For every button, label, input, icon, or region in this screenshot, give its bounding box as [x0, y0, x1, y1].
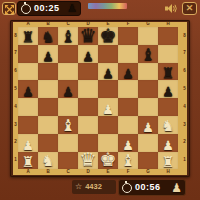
square-c6[interactable] [58, 63, 78, 81]
coord-label-G: G [138, 169, 158, 175]
square-e3[interactable] [98, 116, 118, 134]
score-panel: ☆ 4432 [72, 180, 116, 194]
square-c4[interactable] [58, 98, 78, 116]
coord-label-7: 7 [13, 45, 18, 63]
square-f3[interactable] [118, 116, 138, 134]
square-c8[interactable]: ♝ [58, 27, 78, 45]
square-h2[interactable]: ♟ [158, 134, 178, 152]
square-a4[interactable] [18, 98, 38, 116]
coord-label-6: 6 [182, 63, 187, 81]
square-a6[interactable] [18, 63, 38, 81]
coord-label-2: 2 [13, 134, 18, 152]
coord-label-3: 3 [13, 116, 18, 134]
white-rook-a1[interactable]: ♜ [22, 155, 35, 170]
white-timer-panel: 00:56 ♟ [118, 179, 186, 196]
coord-label-8: 8 [13, 27, 18, 45]
square-e1[interactable]: ♚ [98, 152, 118, 170]
square-b6[interactable] [38, 63, 58, 81]
close-icon: ✕ [186, 4, 194, 13]
square-g6[interactable] [138, 63, 158, 81]
square-g4[interactable] [138, 98, 158, 116]
coord-label-8: 8 [182, 27, 187, 45]
square-b1[interactable]: ♞ [38, 152, 58, 170]
black-king-e8[interactable]: ♚ [99, 26, 116, 45]
square-e6[interactable]: ♟ [98, 63, 118, 81]
star-icon: ☆ [75, 183, 82, 191]
square-f4[interactable] [118, 98, 138, 116]
white-queen-d1[interactable]: ♛ [79, 150, 96, 169]
coord-label-B: B [38, 22, 58, 27]
square-d5[interactable] [78, 80, 98, 98]
black-pawn-a5[interactable]: ♟ [22, 85, 34, 98]
square-b7[interactable]: ♟ [38, 45, 58, 63]
coord-label-1: 1 [13, 152, 18, 170]
square-d1[interactable]: ♛ [78, 152, 98, 170]
close-button[interactable]: ✕ [182, 2, 197, 15]
white-pawn-f2[interactable]: ♟ [122, 139, 134, 152]
chess-board: ♜♞♝♛♚♟♟♝♟♟♜♟♟♟♟♝♟♞♟♟♟♜♞♛♚♝♜ [18, 27, 178, 169]
square-c7[interactable] [58, 45, 78, 63]
board-frame: ♜♞♝♛♚♟♟♝♟♟♜♟♟♟♟♝♟♞♟♟♟♜♞♛♚♝♜ AABBCCDDEEFF… [10, 20, 190, 177]
square-h3[interactable]: ♞ [158, 116, 178, 134]
square-d7[interactable]: ♟ [78, 45, 98, 63]
square-g2[interactable] [138, 134, 158, 152]
coord-label-4: 4 [13, 98, 18, 116]
white-knight-b1[interactable]: ♞ [41, 154, 54, 169]
square-g1[interactable] [138, 152, 158, 170]
coord-label-2: 2 [182, 134, 187, 152]
square-d4[interactable] [78, 98, 98, 116]
black-rook-h6[interactable]: ♜ [162, 66, 175, 81]
black-pawn-h5[interactable]: ♟ [162, 85, 174, 98]
black-pawn-f6[interactable]: ♟ [122, 67, 134, 80]
fullscreen-icon [5, 0, 14, 18]
white-pawn-h2[interactable]: ♟ [162, 139, 174, 152]
square-e7[interactable] [98, 45, 118, 63]
white-pawn-e4[interactable]: ♟ [102, 103, 114, 116]
square-e8[interactable]: ♚ [98, 27, 118, 45]
coord-label-A: A [18, 22, 38, 27]
black-bishop-c8[interactable]: ♝ [61, 29, 75, 45]
white-rook-h1[interactable]: ♜ [162, 155, 175, 170]
coord-label-F: F [118, 22, 138, 27]
square-b3[interactable] [38, 116, 58, 134]
square-g5[interactable] [138, 80, 158, 98]
white-bishop-c3[interactable]: ♝ [61, 118, 75, 134]
square-a3[interactable] [18, 116, 38, 134]
stopwatch-icon [21, 4, 31, 14]
coord-label-4: 4 [182, 98, 187, 116]
speaker-icon [165, 0, 178, 18]
square-d3[interactable] [78, 116, 98, 134]
watermark [88, 3, 127, 9]
white-timer-value: 00:56 [135, 183, 161, 192]
black-timer-value: 00:25 [34, 4, 60, 13]
square-f5[interactable] [118, 80, 138, 98]
square-h5[interactable]: ♟ [158, 80, 178, 98]
square-g3[interactable]: ♟ [138, 116, 158, 134]
coord-label-1: 1 [182, 152, 187, 170]
square-h8[interactable] [158, 27, 178, 45]
square-c5[interactable]: ♟ [58, 80, 78, 98]
square-a7[interactable] [18, 45, 38, 63]
coord-label-C: C [58, 169, 78, 175]
square-b2[interactable] [38, 134, 58, 152]
coord-label-5: 5 [13, 80, 18, 98]
coord-label-7: 7 [182, 45, 187, 63]
square-d8[interactable]: ♛ [78, 27, 98, 45]
black-bishop-g7[interactable]: ♝ [141, 47, 155, 63]
square-c2[interactable] [58, 134, 78, 152]
square-h7[interactable] [158, 45, 178, 63]
coord-label-G: G [138, 22, 158, 27]
black-pawn-c5[interactable]: ♟ [62, 85, 74, 98]
white-pawn-a2[interactable]: ♟ [22, 139, 34, 152]
coord-label-H: H [158, 169, 178, 175]
square-c3[interactable]: ♝ [58, 116, 78, 134]
square-f6[interactable]: ♟ [118, 63, 138, 81]
square-a2[interactable]: ♟ [18, 134, 38, 152]
square-b8[interactable]: ♞ [38, 27, 58, 45]
square-e5[interactable] [98, 80, 118, 98]
square-f1[interactable]: ♝ [118, 152, 138, 170]
coord-label-5: 5 [182, 80, 187, 98]
fullscreen-button[interactable] [2, 2, 16, 15]
stopwatch-icon [122, 183, 132, 193]
white-bishop-f1[interactable]: ♝ [121, 153, 135, 169]
black-pawn-e6[interactable]: ♟ [102, 67, 114, 80]
square-e4[interactable]: ♟ [98, 98, 118, 116]
board-coordinate-border: ♜♞♝♛♚♟♟♝♟♟♜♟♟♟♟♝♟♞♟♟♟♜♞♛♚♝♜ AABBCCDDEEFF… [13, 22, 187, 175]
black-timer-panel: 00:25 ♟ [17, 1, 81, 16]
black-rook-a8[interactable]: ♜ [22, 30, 35, 45]
square-f8[interactable] [118, 27, 138, 45]
square-g7[interactable]: ♝ [138, 45, 158, 63]
sound-button[interactable] [163, 2, 180, 15]
black-pawn-b7[interactable]: ♟ [42, 50, 54, 63]
square-c1[interactable] [58, 152, 78, 170]
square-h6[interactable]: ♜ [158, 63, 178, 81]
square-b4[interactable] [38, 98, 58, 116]
black-pawn-icon: ♟ [67, 3, 77, 14]
coord-label-6: 6 [13, 63, 18, 81]
black-queen-d8[interactable]: ♛ [79, 26, 96, 45]
black-pawn-d7[interactable]: ♟ [82, 50, 94, 63]
square-d6[interactable] [78, 63, 98, 81]
white-king-e1[interactable]: ♚ [99, 150, 116, 169]
square-h4[interactable] [158, 98, 178, 116]
white-knight-h3[interactable]: ♞ [161, 119, 174, 134]
white-pawn-g3[interactable]: ♟ [142, 121, 154, 134]
square-a1[interactable]: ♜ [18, 152, 38, 170]
square-a8[interactable]: ♜ [18, 27, 38, 45]
black-knight-b8[interactable]: ♞ [41, 30, 54, 45]
white-pawn-icon: ♟ [171, 182, 182, 194]
square-b5[interactable] [38, 80, 58, 98]
square-f7[interactable] [118, 45, 138, 63]
square-a5[interactable]: ♟ [18, 80, 38, 98]
coord-label-A: A [18, 169, 38, 175]
chess-app-window: 00:25 ♟ ✕ ♜♞♝♛♚♟♟♝♟♟♜♟♟♟♟♝♟♞♟♟♟♜♞♛♚♝♜ AA… [0, 0, 200, 200]
square-h1[interactable]: ♜ [158, 152, 178, 170]
square-g8[interactable] [138, 27, 158, 45]
coord-label-H: H [158, 22, 178, 27]
score-value: 4432 [85, 183, 102, 191]
square-f2[interactable]: ♟ [118, 134, 138, 152]
coord-label-3: 3 [182, 116, 187, 134]
